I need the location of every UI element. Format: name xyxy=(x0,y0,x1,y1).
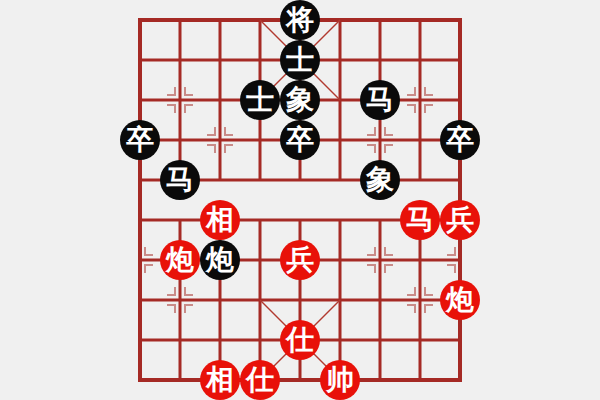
black-soldier[interactable]: 卒 xyxy=(120,120,160,160)
intersection-f8-r6[interactable]: 马 xyxy=(400,200,440,240)
black-soldier[interactable]: 卒 xyxy=(440,120,480,160)
intersection-f5-r8[interactable] xyxy=(280,280,320,320)
intersection-f3-r7[interactable]: 炮 xyxy=(200,240,240,280)
intersection-f3-r4[interactable] xyxy=(200,120,240,160)
intersection-f2-r10[interactable] xyxy=(160,360,200,400)
intersection-f3-r1[interactable] xyxy=(200,0,240,40)
intersection-f3-r2[interactable] xyxy=(200,40,240,80)
intersection-f2-r5[interactable]: 马 xyxy=(160,160,200,200)
intersection-f8-r2[interactable] xyxy=(400,40,440,80)
intersection-f8-r1[interactable] xyxy=(400,0,440,40)
intersection-f8-r10[interactable] xyxy=(400,360,440,400)
intersection-f7-r1[interactable] xyxy=(360,0,400,40)
intersection-f4-r7[interactable] xyxy=(240,240,280,280)
intersection-f6-r7[interactable] xyxy=(320,240,360,280)
xiangqi-board[interactable]: 将士士象马卒卒卒马象相马兵炮炮兵炮仕相仕帅 xyxy=(120,0,480,400)
red-advisor[interactable]: 仕 xyxy=(240,360,280,400)
intersection-f4-r5[interactable] xyxy=(240,160,280,200)
intersection-f9-r5[interactable] xyxy=(440,160,480,200)
intersection-f3-r9[interactable] xyxy=(200,320,240,360)
red-horse[interactable]: 马 xyxy=(400,200,440,240)
intersection-f9-r4[interactable]: 卒 xyxy=(440,120,480,160)
intersection-f3-r8[interactable] xyxy=(200,280,240,320)
intersection-f9-r10[interactable] xyxy=(440,360,480,400)
intersection-f7-r5[interactable]: 象 xyxy=(360,160,400,200)
black-elephant[interactable]: 象 xyxy=(360,160,400,200)
intersection-f8-r9[interactable] xyxy=(400,320,440,360)
intersection-f2-r3[interactable] xyxy=(160,80,200,120)
intersection-f6-r3[interactable] xyxy=(320,80,360,120)
intersection-f7-r3[interactable]: 马 xyxy=(360,80,400,120)
intersection-f6-r6[interactable] xyxy=(320,200,360,240)
intersection-f8-r3[interactable] xyxy=(400,80,440,120)
intersection-f7-r4[interactable] xyxy=(360,120,400,160)
intersection-f1-r9[interactable] xyxy=(120,320,160,360)
intersection-f4-r1[interactable] xyxy=(240,0,280,40)
red-elephant[interactable]: 相 xyxy=(200,360,240,400)
intersection-f2-r9[interactable] xyxy=(160,320,200,360)
intersection-f5-r5[interactable] xyxy=(280,160,320,200)
intersection-f3-r6[interactable]: 相 xyxy=(200,200,240,240)
intersection-f4-r10[interactable]: 仕 xyxy=(240,360,280,400)
intersection-f1-r2[interactable] xyxy=(120,40,160,80)
intersection-f4-r8[interactable] xyxy=(240,280,280,320)
intersection-f5-r4[interactable]: 卒 xyxy=(280,120,320,160)
intersection-f1-r6[interactable] xyxy=(120,200,160,240)
red-cannon[interactable]: 炮 xyxy=(440,280,480,320)
intersection-f2-r6[interactable] xyxy=(160,200,200,240)
intersection-f1-r1[interactable] xyxy=(120,0,160,40)
black-advisor[interactable]: 士 xyxy=(280,40,320,80)
intersection-f5-r6[interactable] xyxy=(280,200,320,240)
intersection-f6-r9[interactable] xyxy=(320,320,360,360)
intersection-f9-r7[interactable] xyxy=(440,240,480,280)
intersection-f3-r5[interactable] xyxy=(200,160,240,200)
intersection-f2-r8[interactable] xyxy=(160,280,200,320)
intersection-f2-r2[interactable] xyxy=(160,40,200,80)
intersection-f8-r7[interactable] xyxy=(400,240,440,280)
intersection-f4-r3[interactable]: 士 xyxy=(240,80,280,120)
black-horse[interactable]: 马 xyxy=(160,160,200,200)
intersection-f1-r3[interactable] xyxy=(120,80,160,120)
intersection-f7-r2[interactable] xyxy=(360,40,400,80)
red-elephant[interactable]: 相 xyxy=(200,200,240,240)
intersection-f1-r7[interactable] xyxy=(120,240,160,280)
intersection-f1-r10[interactable] xyxy=(120,360,160,400)
intersection-f6-r5[interactable] xyxy=(320,160,360,200)
intersection-f4-r4[interactable] xyxy=(240,120,280,160)
intersection-f3-r3[interactable] xyxy=(200,80,240,120)
intersection-f5-r3[interactable]: 象 xyxy=(280,80,320,120)
intersection-f2-r1[interactable] xyxy=(160,0,200,40)
intersection-f9-r1[interactable] xyxy=(440,0,480,40)
intersection-f7-r9[interactable] xyxy=(360,320,400,360)
intersection-f5-r7[interactable]: 兵 xyxy=(280,240,320,280)
black-advisor[interactable]: 士 xyxy=(240,80,280,120)
intersection-f2-r4[interactable] xyxy=(160,120,200,160)
intersection-f6-r10[interactable]: 帅 xyxy=(320,360,360,400)
xiangqi-screen: 将士士象马卒卒卒马象相马兵炮炮兵炮仕相仕帅 xyxy=(0,0,600,400)
intersection-f4-r9[interactable] xyxy=(240,320,280,360)
intersection-f2-r7[interactable]: 炮 xyxy=(160,240,200,280)
intersection-f4-r6[interactable] xyxy=(240,200,280,240)
intersection-f1-r8[interactable] xyxy=(120,280,160,320)
intersection-f7-r6[interactable] xyxy=(360,200,400,240)
red-general[interactable]: 帅 xyxy=(320,360,360,400)
red-advisor[interactable]: 仕 xyxy=(280,320,320,360)
black-horse[interactable]: 马 xyxy=(360,80,400,120)
intersection-f9-r6[interactable]: 兵 xyxy=(440,200,480,240)
black-general[interactable]: 将 xyxy=(280,0,320,40)
intersection-f3-r10[interactable]: 相 xyxy=(200,360,240,400)
red-soldier[interactable]: 兵 xyxy=(280,240,320,280)
red-cannon[interactable]: 炮 xyxy=(160,240,200,280)
intersection-f1-r5[interactable] xyxy=(120,160,160,200)
intersection-f6-r8[interactable] xyxy=(320,280,360,320)
intersection-f5-r10[interactable] xyxy=(280,360,320,400)
intersection-f7-r7[interactable] xyxy=(360,240,400,280)
intersection-f9-r9[interactable] xyxy=(440,320,480,360)
intersection-f8-r8[interactable] xyxy=(400,280,440,320)
intersection-f6-r2[interactable] xyxy=(320,40,360,80)
intersection-f1-r4[interactable]: 卒 xyxy=(120,120,160,160)
intersection-f4-r2[interactable] xyxy=(240,40,280,80)
intersection-f6-r4[interactable] xyxy=(320,120,360,160)
intersection-f5-r1[interactable]: 将 xyxy=(280,0,320,40)
intersection-f9-r3[interactable] xyxy=(440,80,480,120)
black-soldier[interactable]: 卒 xyxy=(280,120,320,160)
intersection-f9-r2[interactable] xyxy=(440,40,480,80)
intersection-f5-r9[interactable]: 仕 xyxy=(280,320,320,360)
intersection-f8-r4[interactable] xyxy=(400,120,440,160)
intersection-f7-r10[interactable] xyxy=(360,360,400,400)
intersection-f9-r8[interactable]: 炮 xyxy=(440,280,480,320)
intersection-f5-r2[interactable]: 士 xyxy=(280,40,320,80)
red-soldier[interactable]: 兵 xyxy=(440,200,480,240)
intersection-f8-r5[interactable] xyxy=(400,160,440,200)
black-cannon[interactable]: 炮 xyxy=(200,240,240,280)
intersection-f6-r1[interactable] xyxy=(320,0,360,40)
intersection-f7-r8[interactable] xyxy=(360,280,400,320)
black-elephant[interactable]: 象 xyxy=(280,80,320,120)
